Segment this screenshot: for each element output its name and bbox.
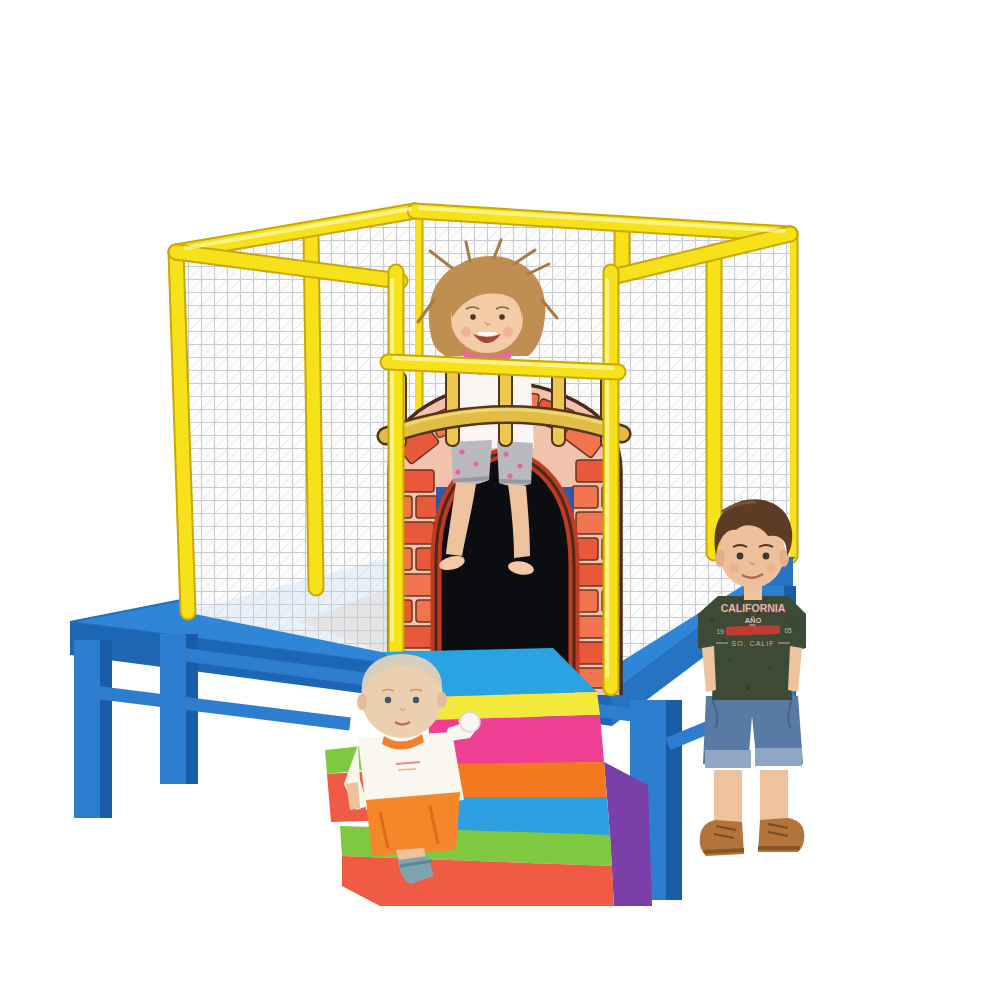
trampoline-scene: CALIFORNIA AÑO 19 05 SO. CALIF (0, 0, 1000, 1000)
boy-shorts-cuff-right (755, 748, 802, 766)
product-photo-stage: CALIFORNIA AÑO 19 05 SO. CALIF (0, 0, 1000, 1000)
toddler-shorts (366, 792, 460, 856)
boy-shorts-cuff-left (705, 750, 751, 768)
shirt-text-05: 05 (784, 627, 792, 634)
shirt-text-california: CALIFORNIA (721, 602, 786, 614)
safety-net-front-panel (182, 254, 396, 655)
shirt-text-19: 19 (716, 628, 724, 635)
boy-forearm-left (702, 646, 716, 692)
boy-leg-left (714, 770, 742, 822)
boy-forearm-right (788, 646, 802, 692)
shirt-text-ano: AÑO (745, 616, 762, 625)
boy-leg-right (760, 770, 788, 820)
white-ball (460, 712, 480, 732)
shirt-text-socalif: SO. CALIF (732, 640, 775, 647)
